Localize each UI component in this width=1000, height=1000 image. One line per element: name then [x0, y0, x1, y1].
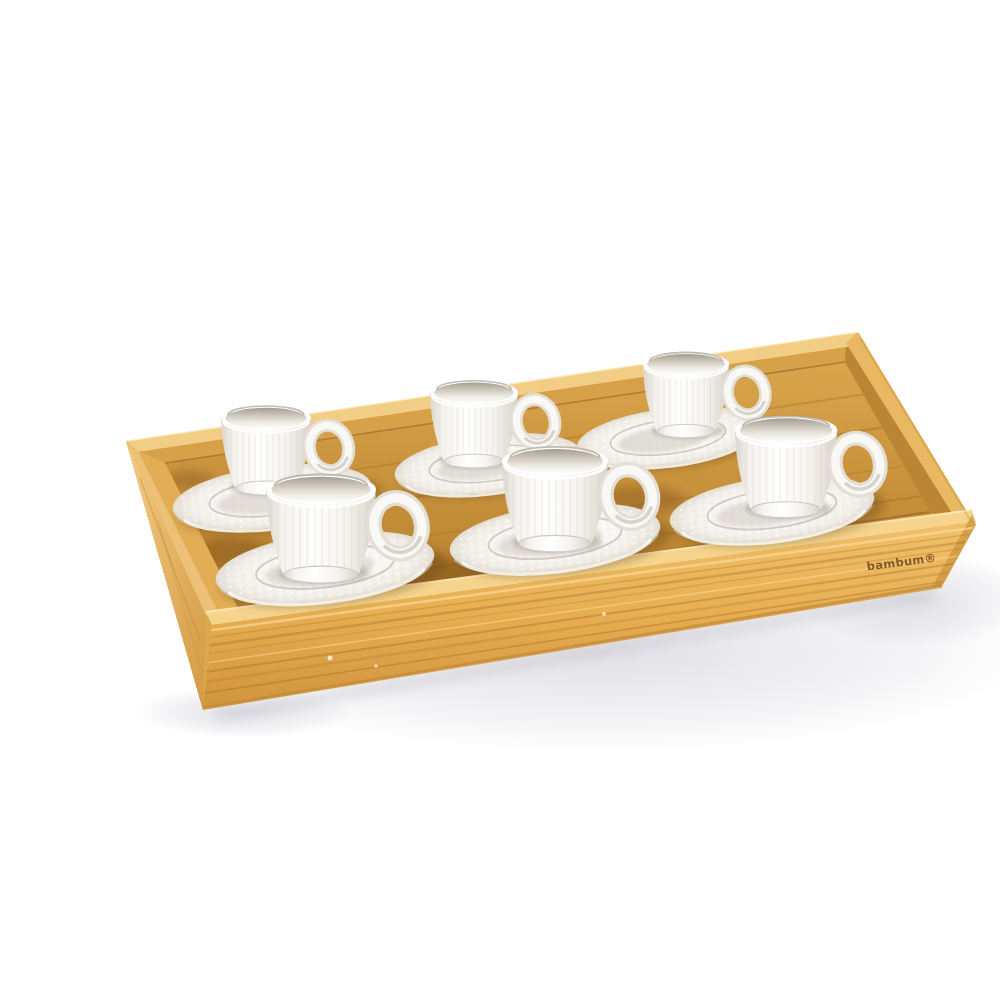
scene-svg: bambum®	[0, 0, 1000, 1000]
product-photo: bambum®	[0, 0, 1000, 1000]
